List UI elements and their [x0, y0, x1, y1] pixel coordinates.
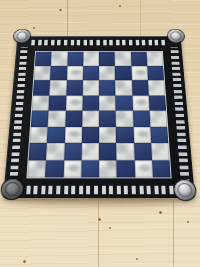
square-f6[interactable]: [115, 80, 132, 95]
square-a6[interactable]: [33, 80, 50, 95]
square-f4[interactable]: [116, 111, 133, 127]
wood-knot: [98, 218, 101, 221]
square-d5[interactable]: [82, 95, 99, 110]
square-c5[interactable]: [65, 95, 82, 110]
square-a5[interactable]: [32, 95, 50, 110]
square-b7[interactable]: [50, 66, 67, 80]
square-d7[interactable]: [83, 66, 99, 80]
wood-knot: [136, 258, 138, 260]
square-d6[interactable]: [82, 80, 99, 95]
wood-knot: [23, 260, 26, 263]
square-f5[interactable]: [116, 95, 133, 110]
square-a8[interactable]: [35, 52, 52, 66]
square-b4[interactable]: [48, 111, 66, 127]
square-a2[interactable]: [29, 143, 47, 160]
square-g3[interactable]: [133, 127, 151, 143]
square-a7[interactable]: [34, 66, 51, 80]
plank-seam-bottom-1: [98, 200, 99, 267]
square-e4[interactable]: [99, 111, 116, 127]
square-e8[interactable]: [99, 52, 115, 66]
square-g6[interactable]: [132, 80, 149, 95]
square-b6[interactable]: [49, 80, 66, 95]
square-c2[interactable]: [64, 143, 82, 160]
square-c3[interactable]: [64, 127, 82, 143]
plank-seam-bottom-2: [173, 200, 174, 267]
play-area: [26, 51, 171, 178]
square-h8[interactable]: [146, 52, 163, 66]
square-d4[interactable]: [82, 111, 99, 127]
frame-inlay-bottom: [18, 186, 179, 194]
wood-knot: [59, 9, 62, 11]
wood-knot: [119, 5, 121, 7]
plank-seam-top-2: [140, 0, 141, 40]
square-a1[interactable]: [27, 160, 46, 178]
square-e6[interactable]: [99, 80, 116, 95]
square-h1[interactable]: [152, 160, 171, 178]
square-h4[interactable]: [149, 111, 167, 127]
square-g4[interactable]: [133, 111, 151, 127]
chess-board: [3, 36, 195, 198]
square-a4[interactable]: [31, 111, 49, 127]
square-c1[interactable]: [63, 160, 81, 178]
square-g7[interactable]: [131, 66, 148, 80]
wood-knot: [159, 211, 162, 214]
square-d2[interactable]: [81, 143, 99, 160]
square-c4[interactable]: [65, 111, 82, 127]
square-f8[interactable]: [115, 52, 131, 66]
square-g5[interactable]: [132, 95, 149, 110]
square-g2[interactable]: [134, 143, 152, 160]
square-h5[interactable]: [149, 95, 167, 110]
square-f7[interactable]: [115, 66, 132, 80]
square-d8[interactable]: [83, 52, 99, 66]
square-h2[interactable]: [151, 143, 169, 160]
square-f3[interactable]: [116, 127, 134, 143]
square-h7[interactable]: [147, 66, 164, 80]
wood-knot: [187, 221, 189, 223]
square-f2[interactable]: [116, 143, 134, 160]
corner-medallion-top-right: [167, 30, 184, 43]
corner-medallion-bottom-left: [1, 179, 23, 199]
frame-inlay-top: [31, 39, 167, 45]
square-e3[interactable]: [99, 127, 116, 143]
square-b5[interactable]: [49, 95, 66, 110]
square-e2[interactable]: [99, 143, 117, 160]
square-e1[interactable]: [99, 160, 117, 178]
square-b3[interactable]: [47, 127, 65, 143]
square-e5[interactable]: [99, 95, 116, 110]
square-b8[interactable]: [51, 52, 67, 66]
square-c7[interactable]: [66, 66, 83, 80]
square-f1[interactable]: [117, 160, 135, 178]
square-b1[interactable]: [45, 160, 63, 178]
corner-medallion-top-left: [13, 30, 30, 43]
square-d3[interactable]: [82, 127, 99, 143]
corner-medallion-bottom-right: [174, 180, 196, 200]
square-g1[interactable]: [134, 160, 152, 178]
square-h6[interactable]: [148, 80, 165, 95]
square-c6[interactable]: [66, 80, 83, 95]
wood-knot: [33, 27, 35, 29]
square-g8[interactable]: [131, 52, 147, 66]
wood-knot: [109, 227, 111, 229]
square-b2[interactable]: [46, 143, 64, 160]
square-h3[interactable]: [150, 127, 168, 143]
square-d1[interactable]: [81, 160, 99, 178]
square-e7[interactable]: [99, 66, 115, 80]
square-a3[interactable]: [30, 127, 48, 143]
square-c8[interactable]: [67, 52, 83, 66]
